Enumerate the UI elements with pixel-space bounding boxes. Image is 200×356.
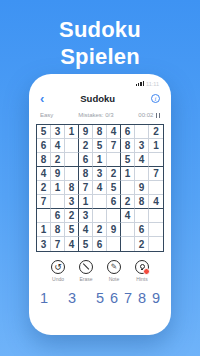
sudoku-cell-r1c7[interactable]: 6 bbox=[121, 125, 135, 139]
sudoku-cell-r8c6[interactable]: 9 bbox=[107, 223, 121, 237]
undo-icon: ↺ bbox=[51, 260, 65, 274]
sudoku-cell-r6c8[interactable]: 8 bbox=[135, 195, 149, 209]
sudoku-cell-r9c7[interactable] bbox=[121, 237, 135, 251]
sudoku-cell-r5c2[interactable]: 1 bbox=[51, 181, 65, 195]
sudoku-cell-r4c7[interactable]: 1 bbox=[121, 167, 135, 181]
back-chevron-icon[interactable]: ‹ bbox=[40, 93, 44, 104]
sudoku-cell-r3c8[interactable]: 4 bbox=[135, 153, 149, 167]
sudoku-cell-r7c9[interactable] bbox=[149, 209, 163, 223]
sudoku-cell-r8c5[interactable]: 2 bbox=[93, 223, 107, 237]
sudoku-cell-r9c1[interactable]: 3 bbox=[37, 237, 51, 251]
status-time: 11:11 bbox=[146, 81, 159, 87]
sudoku-cell-r8c8[interactable]: 6 bbox=[135, 223, 149, 237]
sudoku-cell-r8c1[interactable]: 1 bbox=[37, 223, 51, 237]
sudoku-cell-r4c6[interactable]: 2 bbox=[107, 167, 121, 181]
sudoku-cell-r6c5[interactable] bbox=[93, 195, 107, 209]
page-title: Sudoku bbox=[80, 93, 115, 104]
sudoku-cell-r5c8[interactable]: 9 bbox=[135, 181, 149, 195]
banner-title-line1: Sudoku bbox=[0, 16, 200, 43]
sudoku-cell-r7c4[interactable]: 3 bbox=[79, 209, 93, 223]
toolbar: ↺ Undo Erase ✎ Note Hints bbox=[29, 252, 171, 282]
sudoku-cell-r5c4[interactable]: 7 bbox=[79, 181, 93, 195]
sudoku-cell-r6c6[interactable]: 6 bbox=[107, 195, 121, 209]
sudoku-cell-r5c6[interactable]: 5 bbox=[107, 181, 121, 195]
sudoku-cell-r9c4[interactable]: 5 bbox=[79, 237, 93, 251]
sudoku-cell-r5c5[interactable]: 4 bbox=[93, 181, 107, 195]
sudoku-cell-r6c2[interactable] bbox=[51, 195, 65, 209]
sudoku-cell-r1c3[interactable]: 1 bbox=[65, 125, 79, 139]
sudoku-cell-r7c6[interactable] bbox=[107, 209, 121, 223]
sudoku-cell-r7c1[interactable] bbox=[37, 209, 51, 223]
sudoku-cell-r3c7[interactable]: 5 bbox=[121, 153, 135, 167]
sudoku-cell-r9c8[interactable]: 2 bbox=[135, 237, 149, 251]
sudoku-cell-r3c1[interactable]: 8 bbox=[37, 153, 51, 167]
mistakes-label: Mistakes: 0/3 bbox=[78, 112, 113, 118]
sudoku-cell-r8c2[interactable]: 8 bbox=[51, 223, 65, 237]
sudoku-cell-r7c3[interactable]: 2 bbox=[65, 209, 79, 223]
timer-label: 00:02 bbox=[138, 112, 153, 118]
sudoku-cell-r3c6[interactable] bbox=[107, 153, 121, 167]
hints-label: Hints bbox=[136, 276, 147, 282]
sudoku-cell-r1c8[interactable] bbox=[135, 125, 149, 139]
sudoku-cell-r3c4[interactable]: 6 bbox=[79, 153, 93, 167]
sudoku-cell-r4c4[interactable]: 8 bbox=[79, 167, 93, 181]
sudoku-cell-r6c3[interactable]: 3 bbox=[65, 195, 79, 209]
sudoku-cell-r9c2[interactable]: 7 bbox=[51, 237, 65, 251]
banner: Sudoku Spielen bbox=[0, 16, 200, 70]
sudoku-cell-r4c5[interactable]: 3 bbox=[93, 167, 107, 181]
app-header: ‹ Sudoku i bbox=[29, 87, 171, 105]
sudoku-cell-r4c2[interactable]: 9 bbox=[51, 167, 65, 181]
undo-label: Undo bbox=[52, 276, 64, 282]
sudoku-cell-r2c2[interactable]: 4 bbox=[51, 139, 65, 153]
sudoku-cell-r3c3[interactable] bbox=[65, 153, 79, 167]
sudoku-cell-r1c6[interactable]: 4 bbox=[107, 125, 121, 139]
timer-group: 00:02 bbox=[138, 112, 160, 118]
sudoku-cell-r1c5[interactable]: 8 bbox=[93, 125, 107, 139]
sudoku-cell-r3c5[interactable]: 1 bbox=[93, 153, 107, 167]
sudoku-cell-r8c9[interactable] bbox=[149, 223, 163, 237]
sudoku-cell-r5c1[interactable]: 2 bbox=[37, 181, 51, 195]
sudoku-cell-r8c3[interactable]: 5 bbox=[65, 223, 79, 237]
undo-button[interactable]: ↺ Undo bbox=[47, 260, 69, 282]
numpad: 1356789 bbox=[29, 282, 171, 306]
sudoku-cell-r1c4[interactable]: 9 bbox=[79, 125, 93, 139]
signal-icon bbox=[136, 81, 144, 86]
sudoku-cell-r5c7[interactable] bbox=[121, 181, 135, 195]
numpad-digit-9[interactable]: 9 bbox=[149, 290, 163, 306]
sudoku-cell-r2c5[interactable]: 5 bbox=[93, 139, 107, 153]
sudoku-cell-r4c8[interactable] bbox=[135, 167, 149, 181]
sudoku-cell-r6c4[interactable]: 1 bbox=[79, 195, 93, 209]
numpad-digit-7[interactable]: 7 bbox=[121, 290, 135, 306]
numpad-digit-3[interactable]: 3 bbox=[65, 290, 79, 306]
erase-label: Erase bbox=[79, 276, 92, 282]
numpad-digit-4 bbox=[79, 290, 93, 306]
meta-row: Easy Mistakes: 0/3 00:02 bbox=[29, 105, 171, 119]
banner-title-line2: Spielen bbox=[0, 43, 200, 70]
sudoku-cell-r2c8[interactable]: 3 bbox=[135, 139, 149, 153]
sudoku-cell-r9c5[interactable]: 6 bbox=[93, 237, 107, 251]
erase-button[interactable]: Erase bbox=[75, 260, 97, 282]
sudoku-cell-r1c2[interactable]: 3 bbox=[51, 125, 65, 139]
note-button[interactable]: ✎ Note bbox=[103, 260, 125, 282]
hints-button[interactable]: Hints bbox=[131, 260, 153, 282]
sudoku-cell-r3c9[interactable] bbox=[149, 153, 163, 167]
sudoku-cell-r3c2[interactable]: 2 bbox=[51, 153, 65, 167]
sudoku-cell-r2c3[interactable] bbox=[65, 139, 79, 153]
sudoku-cell-r5c3[interactable]: 8 bbox=[65, 181, 79, 195]
hints-badge bbox=[143, 268, 150, 275]
sudoku-cell-r7c7[interactable]: 4 bbox=[121, 209, 135, 223]
sudoku-cell-r4c1[interactable]: 4 bbox=[37, 167, 51, 181]
sudoku-cell-r6c7[interactable]: 2 bbox=[121, 195, 135, 209]
app-store-screenshot: Sudoku Spielen 11:11 ‹ Sudoku i Easy Mis… bbox=[0, 0, 200, 356]
erase-icon bbox=[79, 260, 93, 274]
sudoku-cell-r8c4[interactable]: 4 bbox=[79, 223, 93, 237]
sudoku-cell-r2c1[interactable]: 6 bbox=[37, 139, 51, 153]
numpad-digit-2 bbox=[51, 290, 65, 306]
sudoku-cell-r4c3[interactable] bbox=[65, 167, 79, 181]
sudoku-cell-r2c4[interactable]: 2 bbox=[79, 139, 93, 153]
sudoku-cell-r8c7[interactable] bbox=[121, 223, 135, 237]
numpad-digit-5[interactable]: 5 bbox=[93, 290, 107, 306]
sudoku-cell-r5c9[interactable] bbox=[149, 181, 163, 195]
sudoku-cell-r9c6[interactable] bbox=[107, 237, 121, 251]
numpad-digit-6[interactable]: 6 bbox=[107, 290, 121, 306]
sudoku-cell-r6c1[interactable]: 7 bbox=[37, 195, 51, 209]
note-icon: ✎ bbox=[107, 260, 121, 274]
sudoku-cell-r7c2[interactable]: 6 bbox=[51, 209, 65, 223]
sudoku-cell-r1c1[interactable]: 5 bbox=[37, 125, 51, 139]
info-icon[interactable]: i bbox=[151, 94, 160, 103]
numpad-digit-1[interactable]: 1 bbox=[37, 290, 51, 306]
sudoku-board: 5319846264257831826154498321721874597316… bbox=[36, 124, 164, 252]
sudoku-cell-r2c6[interactable]: 7 bbox=[107, 139, 121, 153]
sudoku-cell-r7c8[interactable] bbox=[135, 209, 149, 223]
sudoku-cell-r9c3[interactable]: 4 bbox=[65, 237, 79, 251]
phone-frame: 11:11 ‹ Sudoku i Easy Mistakes: 0/3 00:0… bbox=[29, 74, 171, 335]
sudoku-cell-r6c9[interactable]: 4 bbox=[149, 195, 163, 209]
note-label: Note bbox=[109, 276, 120, 282]
sudoku-cell-r2c9[interactable]: 1 bbox=[149, 139, 163, 153]
sudoku-cell-r7c5[interactable] bbox=[93, 209, 107, 223]
status-bar: 11:11 bbox=[29, 74, 171, 87]
pause-icon[interactable] bbox=[156, 113, 160, 118]
sudoku-cell-r9c9[interactable] bbox=[149, 237, 163, 251]
hints-icon bbox=[135, 260, 149, 274]
sudoku-cell-r2c7[interactable]: 8 bbox=[121, 139, 135, 153]
difficulty-label: Easy bbox=[40, 112, 53, 118]
numpad-digit-8[interactable]: 8 bbox=[135, 290, 149, 306]
sudoku-cell-r1c9[interactable]: 2 bbox=[149, 125, 163, 139]
sudoku-cell-r4c9[interactable]: 7 bbox=[149, 167, 163, 181]
